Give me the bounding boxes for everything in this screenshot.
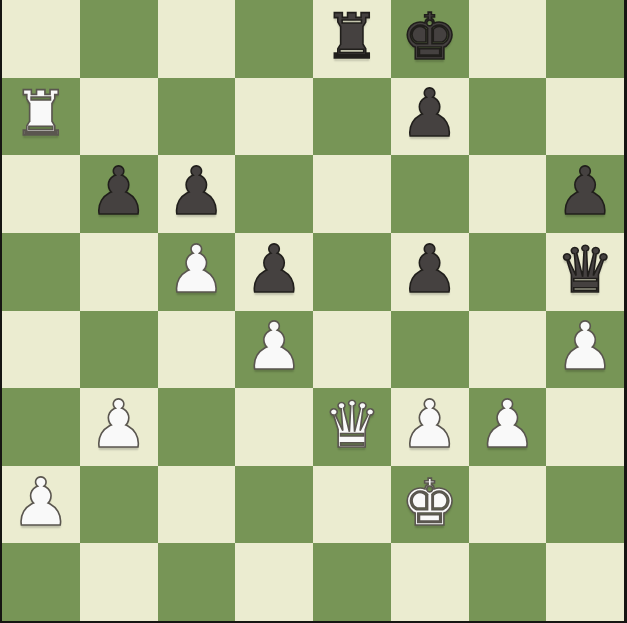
piece-white-queen[interactable]: ♛ — [323, 393, 380, 457]
square-g7[interactable] — [469, 78, 547, 156]
square-b8[interactable] — [80, 0, 158, 78]
square-a7[interactable]: ♜ — [2, 78, 80, 156]
square-b7[interactable] — [80, 78, 158, 156]
square-f5[interactable]: ♟ — [391, 233, 469, 311]
square-d7[interactable] — [235, 78, 313, 156]
square-f8[interactable]: ♚ — [391, 0, 469, 78]
piece-black-pawn[interactable]: ♟ — [400, 81, 459, 147]
square-a4[interactable] — [2, 311, 80, 389]
square-h3[interactable] — [546, 388, 624, 466]
square-h2[interactable] — [546, 466, 624, 544]
square-h8[interactable] — [546, 0, 624, 78]
piece-black-king[interactable]: ♚ — [401, 5, 458, 69]
square-a3[interactable] — [2, 388, 80, 466]
square-f1[interactable] — [391, 543, 469, 621]
square-c1[interactable] — [158, 543, 236, 621]
piece-white-pawn[interactable]: ♟ — [245, 314, 304, 380]
square-c3[interactable] — [158, 388, 236, 466]
square-b1[interactable] — [80, 543, 158, 621]
square-f7[interactable]: ♟ — [391, 78, 469, 156]
square-g8[interactable] — [469, 0, 547, 78]
square-a8[interactable] — [2, 0, 80, 78]
piece-black-pawn[interactable]: ♟ — [89, 159, 148, 225]
square-b3[interactable]: ♟ — [80, 388, 158, 466]
piece-black-pawn[interactable]: ♟ — [556, 159, 615, 225]
square-e2[interactable] — [313, 466, 391, 544]
piece-black-pawn[interactable]: ♟ — [400, 237, 459, 303]
square-a6[interactable] — [2, 155, 80, 233]
piece-white-pawn[interactable]: ♟ — [478, 392, 537, 458]
piece-white-rook[interactable]: ♜ — [13, 83, 69, 145]
square-g6[interactable] — [469, 155, 547, 233]
square-e7[interactable] — [313, 78, 391, 156]
square-b5[interactable] — [80, 233, 158, 311]
square-c8[interactable] — [158, 0, 236, 78]
square-h5[interactable]: ♛ — [546, 233, 624, 311]
square-f4[interactable] — [391, 311, 469, 389]
square-f3[interactable]: ♟ — [391, 388, 469, 466]
square-f6[interactable] — [391, 155, 469, 233]
piece-black-pawn[interactable]: ♟ — [245, 237, 304, 303]
square-a5[interactable] — [2, 233, 80, 311]
piece-white-pawn[interactable]: ♟ — [400, 392, 459, 458]
square-d5[interactable]: ♟ — [235, 233, 313, 311]
square-g4[interactable] — [469, 311, 547, 389]
square-h7[interactable] — [546, 78, 624, 156]
square-g3[interactable]: ♟ — [469, 388, 547, 466]
square-e6[interactable] — [313, 155, 391, 233]
square-e1[interactable] — [313, 543, 391, 621]
square-d6[interactable] — [235, 155, 313, 233]
square-c2[interactable] — [158, 466, 236, 544]
square-b2[interactable] — [80, 466, 158, 544]
square-h1[interactable] — [546, 543, 624, 621]
square-d1[interactable] — [235, 543, 313, 621]
square-g5[interactable] — [469, 233, 547, 311]
square-b4[interactable] — [80, 311, 158, 389]
piece-white-pawn[interactable]: ♟ — [89, 392, 148, 458]
square-c4[interactable] — [158, 311, 236, 389]
piece-black-pawn[interactable]: ♟ — [167, 159, 226, 225]
square-e8[interactable]: ♜ — [313, 0, 391, 78]
piece-white-pawn[interactable]: ♟ — [167, 237, 226, 303]
piece-black-rook[interactable]: ♜ — [324, 6, 380, 68]
square-d3[interactable] — [235, 388, 313, 466]
square-h6[interactable]: ♟ — [546, 155, 624, 233]
square-d8[interactable] — [235, 0, 313, 78]
square-b6[interactable]: ♟ — [80, 155, 158, 233]
square-c7[interactable] — [158, 78, 236, 156]
square-c5[interactable]: ♟ — [158, 233, 236, 311]
square-d4[interactable]: ♟ — [235, 311, 313, 389]
square-c6[interactable]: ♟ — [158, 155, 236, 233]
square-e5[interactable] — [313, 233, 391, 311]
square-e4[interactable] — [313, 311, 391, 389]
piece-white-pawn[interactable]: ♟ — [556, 314, 615, 380]
square-d2[interactable] — [235, 466, 313, 544]
square-g1[interactable] — [469, 543, 547, 621]
square-f2[interactable]: ♚ — [391, 466, 469, 544]
square-a1[interactable] — [2, 543, 80, 621]
piece-white-king[interactable]: ♚ — [401, 471, 458, 535]
piece-black-queen[interactable]: ♛ — [556, 238, 613, 302]
square-e3[interactable]: ♛ — [313, 388, 391, 466]
chess-board: ♜♚♜♟♟♟♟♟♟♟♛♟♟♟♛♟♟♟♚ — [2, 0, 624, 621]
square-a2[interactable]: ♟ — [2, 466, 80, 544]
square-g2[interactable] — [469, 466, 547, 544]
piece-white-pawn[interactable]: ♟ — [11, 470, 70, 536]
square-h4[interactable]: ♟ — [546, 311, 624, 389]
